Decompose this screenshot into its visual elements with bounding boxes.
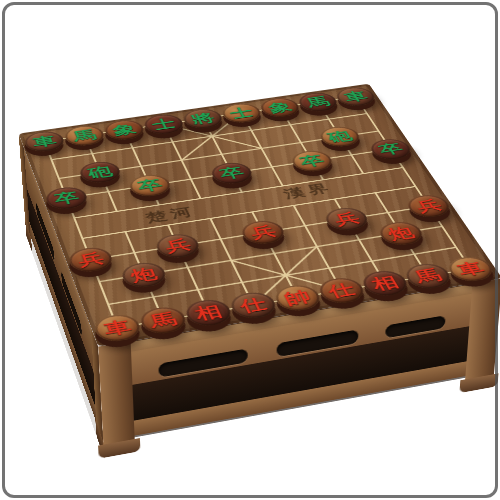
river-label-left: 楚河 (142, 204, 198, 225)
piece-character: 車 (342, 90, 370, 104)
piece-character: 馬 (304, 95, 332, 109)
piece-character: 兵 (163, 237, 193, 254)
piece-character: 兵 (248, 224, 278, 241)
piece-character: 車 (31, 134, 58, 149)
piece-character: 兵 (76, 251, 106, 268)
piece-character: 馬 (147, 311, 179, 330)
piece-red-cannon[interactable]: 炮 (375, 219, 427, 247)
piece-character: 車 (454, 260, 487, 278)
piece-character: 馬 (71, 128, 98, 142)
piece-red-soldier[interactable]: 兵 (238, 219, 289, 247)
piece-character: 卒 (297, 153, 326, 168)
piece-character: 相 (369, 274, 402, 292)
table-leg-southwest (98, 341, 135, 458)
piece-character: 帥 (282, 289, 314, 307)
piece-character: 士 (150, 117, 177, 131)
piece-character: 炮 (385, 225, 416, 242)
piece-character: 相 (193, 303, 225, 322)
piece-character: 兵 (331, 211, 362, 227)
piece-character: 仕 (237, 296, 269, 315)
piece-character: 砲 (86, 165, 114, 180)
piece-character: 車 (102, 318, 134, 337)
piece-character: 象 (266, 101, 294, 115)
piece-red-soldier[interactable]: 兵 (66, 245, 116, 274)
piece-red-soldier[interactable]: 兵 (321, 206, 372, 233)
scene: 楚河 漢界 車馬象士將士象馬車砲砲卒卒卒卒卒兵兵兵兵兵炮炮車馬相仕帥仕相馬車 (0, 0, 500, 500)
piece-character: 兵 (413, 198, 444, 214)
piece-character: 卒 (52, 190, 80, 206)
piece-character: 卒 (217, 165, 246, 180)
piece-character: 砲 (326, 130, 355, 144)
river-label-right: 漢界 (280, 181, 336, 201)
piece-red-cannon[interactable]: 炮 (118, 260, 169, 290)
piece-red-soldier[interactable]: 兵 (153, 232, 203, 261)
screenshot-root: 楚河 漢界 車馬象士將士象馬車砲砲卒卒卒卒卒兵兵兵兵兵炮炮車馬相仕帥仕相馬車 (0, 0, 500, 500)
piece-character: 象 (111, 123, 138, 137)
piece-character: 卒 (136, 178, 165, 194)
piece-character: 將 (189, 112, 216, 126)
piece-character: 馬 (412, 267, 445, 285)
piece-character: 炮 (128, 266, 159, 284)
piece-character: 仕 (325, 281, 357, 299)
piece-character: 卒 (376, 142, 405, 157)
piece-character: 士 (228, 106, 256, 120)
